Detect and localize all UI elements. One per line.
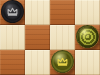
checkers-board: [0, 0, 100, 75]
square-c0r1[interactable]: [0, 25, 25, 50]
green-man-piece[interactable]: [76, 25, 99, 48]
black-king-piece[interactable]: [1, 0, 24, 23]
square-c2r2[interactable]: [50, 50, 75, 75]
square-c0r2[interactable]: [0, 50, 25, 75]
square-c1r0[interactable]: [25, 0, 50, 25]
square-c1r2[interactable]: [25, 50, 50, 75]
square-c3r0[interactable]: [75, 0, 100, 25]
square-c2r1[interactable]: [50, 25, 75, 50]
square-c0r0[interactable]: [0, 0, 25, 25]
crown-icon: [6, 7, 19, 17]
square-c2r0[interactable]: [50, 0, 75, 25]
square-c3r2[interactable]: [75, 50, 100, 75]
square-c3r1[interactable]: [75, 25, 100, 50]
green-king-piece[interactable]: [51, 50, 74, 73]
crown-icon: [56, 57, 69, 67]
square-c1r1[interactable]: [25, 25, 50, 50]
